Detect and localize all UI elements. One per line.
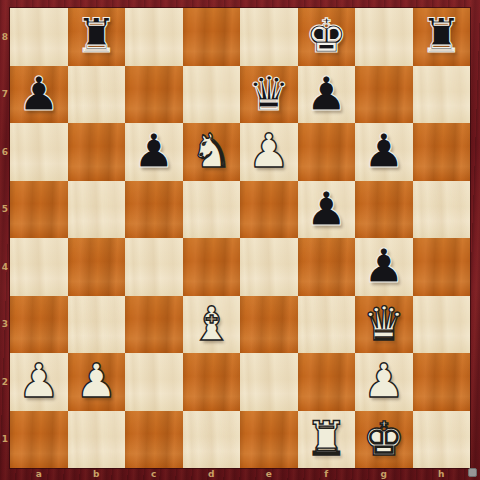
square-e4[interactable] [240, 238, 298, 296]
square-f3[interactable] [298, 296, 356, 354]
square-d1[interactable] [183, 411, 241, 469]
square-h2[interactable] [413, 353, 471, 411]
square-c6[interactable]: ♟ [125, 123, 183, 181]
piece-white-pawn-g2[interactable]: ♟ [363, 357, 405, 404]
square-a4[interactable] [10, 238, 68, 296]
piece-white-king-g1[interactable]: ♚ [363, 415, 405, 462]
file-labels: abcdefgh [10, 467, 470, 480]
square-b5[interactable] [68, 181, 126, 239]
file-label-d: d [183, 467, 241, 480]
square-d4[interactable] [183, 238, 241, 296]
square-g6[interactable]: ♟ [355, 123, 413, 181]
piece-black-rook-h8[interactable]: ♜ [420, 12, 462, 59]
piece-black-pawn-f5[interactable]: ♟ [305, 185, 347, 232]
piece-black-pawn-f7[interactable]: ♟ [305, 70, 347, 117]
square-a3[interactable] [10, 296, 68, 354]
piece-white-rook-f1[interactable]: ♜ [305, 415, 347, 462]
square-b1[interactable] [68, 411, 126, 469]
square-e6[interactable]: ♟ [240, 123, 298, 181]
rank-label-6: 6 [0, 123, 10, 181]
square-a7[interactable]: ♟ [10, 66, 68, 124]
square-c4[interactable] [125, 238, 183, 296]
square-h4[interactable] [413, 238, 471, 296]
file-label-h: h [413, 467, 471, 480]
square-f5[interactable]: ♟ [298, 181, 356, 239]
square-a6[interactable] [10, 123, 68, 181]
file-label-e: e [240, 467, 298, 480]
square-c7[interactable] [125, 66, 183, 124]
chess-board: ♜♚♜♟♛♟♟♞♟♟♟♟♝♛♟♟♟♜♚ [10, 8, 470, 468]
piece-black-pawn-c6[interactable]: ♟ [133, 127, 175, 174]
square-h6[interactable] [413, 123, 471, 181]
square-g5[interactable] [355, 181, 413, 239]
square-d3[interactable]: ♝ [183, 296, 241, 354]
square-f1[interactable]: ♜ [298, 411, 356, 469]
rank-label-4: 4 [0, 238, 10, 296]
square-d8[interactable] [183, 8, 241, 66]
piece-black-rook-b8[interactable]: ♜ [75, 12, 117, 59]
square-d7[interactable] [183, 66, 241, 124]
square-g1[interactable]: ♚ [355, 411, 413, 469]
square-d2[interactable] [183, 353, 241, 411]
square-d6[interactable]: ♞ [183, 123, 241, 181]
piece-black-pawn-a7[interactable]: ♟ [18, 70, 60, 117]
square-b8[interactable]: ♜ [68, 8, 126, 66]
square-f2[interactable] [298, 353, 356, 411]
piece-white-queen-g3[interactable]: ♛ [363, 300, 405, 347]
rank-label-3: 3 [0, 296, 10, 354]
square-e1[interactable] [240, 411, 298, 469]
piece-white-knight-d6[interactable]: ♞ [190, 127, 232, 174]
rank-label-7: 7 [0, 66, 10, 124]
square-a5[interactable] [10, 181, 68, 239]
square-f7[interactable]: ♟ [298, 66, 356, 124]
rank-label-1: 1 [0, 411, 10, 469]
square-c2[interactable] [125, 353, 183, 411]
piece-white-pawn-e6[interactable]: ♟ [248, 127, 290, 174]
square-g2[interactable]: ♟ [355, 353, 413, 411]
piece-black-pawn-g4[interactable]: ♟ [363, 242, 405, 289]
square-h8[interactable]: ♜ [413, 8, 471, 66]
square-e8[interactable] [240, 8, 298, 66]
piece-white-pawn-b2[interactable]: ♟ [75, 357, 117, 404]
file-label-g: g [355, 467, 413, 480]
square-d5[interactable] [183, 181, 241, 239]
piece-white-bishop-d3[interactable]: ♝ [190, 300, 232, 347]
board-frame: 87654321 ♜♚♜♟♛♟♟♞♟♟♟♟♝♛♟♟♟♜♚ abcdefgh [0, 0, 480, 480]
square-h3[interactable] [413, 296, 471, 354]
rank-label-8: 8 [0, 8, 10, 66]
square-a1[interactable] [10, 411, 68, 469]
file-label-a: a [10, 467, 68, 480]
square-b3[interactable] [68, 296, 126, 354]
square-b4[interactable] [68, 238, 126, 296]
piece-white-pawn-a2[interactable]: ♟ [18, 357, 60, 404]
square-a8[interactable] [10, 8, 68, 66]
rank-label-5: 5 [0, 181, 10, 239]
piece-black-king-f8[interactable]: ♚ [305, 12, 347, 59]
square-a2[interactable]: ♟ [10, 353, 68, 411]
file-label-c: c [125, 467, 183, 480]
piece-black-pawn-g6[interactable]: ♟ [363, 127, 405, 174]
square-g8[interactable] [355, 8, 413, 66]
file-label-b: b [68, 467, 126, 480]
square-b6[interactable] [68, 123, 126, 181]
rank-label-2: 2 [0, 353, 10, 411]
file-label-f: f [298, 467, 356, 480]
square-f4[interactable] [298, 238, 356, 296]
square-c3[interactable] [125, 296, 183, 354]
square-b7[interactable] [68, 66, 126, 124]
square-f6[interactable] [298, 123, 356, 181]
square-h5[interactable] [413, 181, 471, 239]
square-c5[interactable] [125, 181, 183, 239]
square-c1[interactable] [125, 411, 183, 469]
square-f8[interactable]: ♚ [298, 8, 356, 66]
piece-black-queen-e7[interactable]: ♛ [248, 70, 290, 117]
square-c8[interactable] [125, 8, 183, 66]
corner-dot [468, 468, 477, 477]
square-g4[interactable]: ♟ [355, 238, 413, 296]
square-e3[interactable] [240, 296, 298, 354]
square-e7[interactable]: ♛ [240, 66, 298, 124]
square-h7[interactable] [413, 66, 471, 124]
square-g3[interactable]: ♛ [355, 296, 413, 354]
rank-labels: 87654321 [0, 8, 10, 468]
square-g7[interactable] [355, 66, 413, 124]
square-e5[interactable] [240, 181, 298, 239]
square-e2[interactable] [240, 353, 298, 411]
square-h1[interactable] [413, 411, 471, 469]
square-b2[interactable]: ♟ [68, 353, 126, 411]
